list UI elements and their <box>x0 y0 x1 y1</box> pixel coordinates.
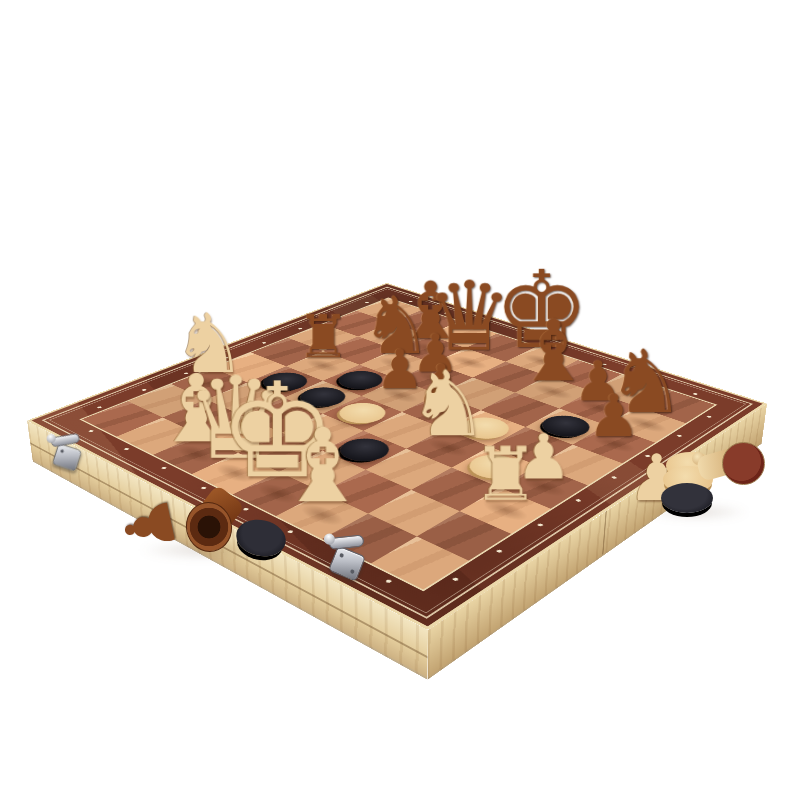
fallen-dark-pawn: ♟ <box>109 477 192 560</box>
pawn-glyph: ♟ <box>588 388 641 444</box>
red-felt-base <box>722 442 765 485</box>
rook-glyph: ♜ <box>472 440 538 510</box>
product-photo-scene: ♚♛♝♝♞♞♜♟♚♛♝♝♞♞♜♟♟♟♟♟ ♟ ♟ <box>0 0 800 800</box>
fallen-dark-rook <box>186 494 246 560</box>
box-lid-seam <box>602 511 606 555</box>
bishop-glyph: ♝ <box>276 418 368 515</box>
fallen-light-piece <box>692 438 770 496</box>
